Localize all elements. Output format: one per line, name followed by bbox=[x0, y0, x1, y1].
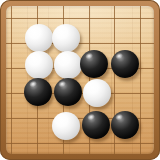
stones-layer bbox=[0, 0, 160, 160]
stone-black[interactable] bbox=[111, 50, 139, 78]
stone-white[interactable] bbox=[52, 24, 80, 52]
stone-black[interactable] bbox=[24, 78, 52, 106]
stone-black[interactable] bbox=[54, 78, 82, 106]
stone-white[interactable] bbox=[54, 51, 82, 79]
stone-black[interactable] bbox=[111, 111, 139, 139]
stone-white[interactable] bbox=[52, 112, 80, 140]
stone-white[interactable] bbox=[25, 51, 53, 79]
stone-black[interactable] bbox=[82, 111, 110, 139]
stone-black[interactable] bbox=[80, 50, 108, 78]
stone-white[interactable] bbox=[25, 24, 53, 52]
stone-white[interactable] bbox=[83, 79, 111, 107]
board bbox=[0, 0, 160, 160]
